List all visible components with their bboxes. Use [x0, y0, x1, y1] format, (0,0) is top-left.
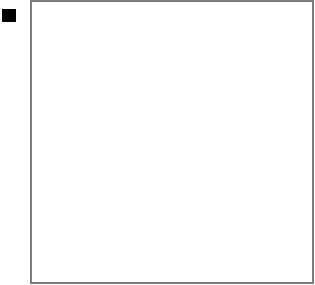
black-to-move-indicator [2, 9, 16, 22]
chess-board [30, 0, 314, 284]
chess-diagram [0, 0, 315, 285]
